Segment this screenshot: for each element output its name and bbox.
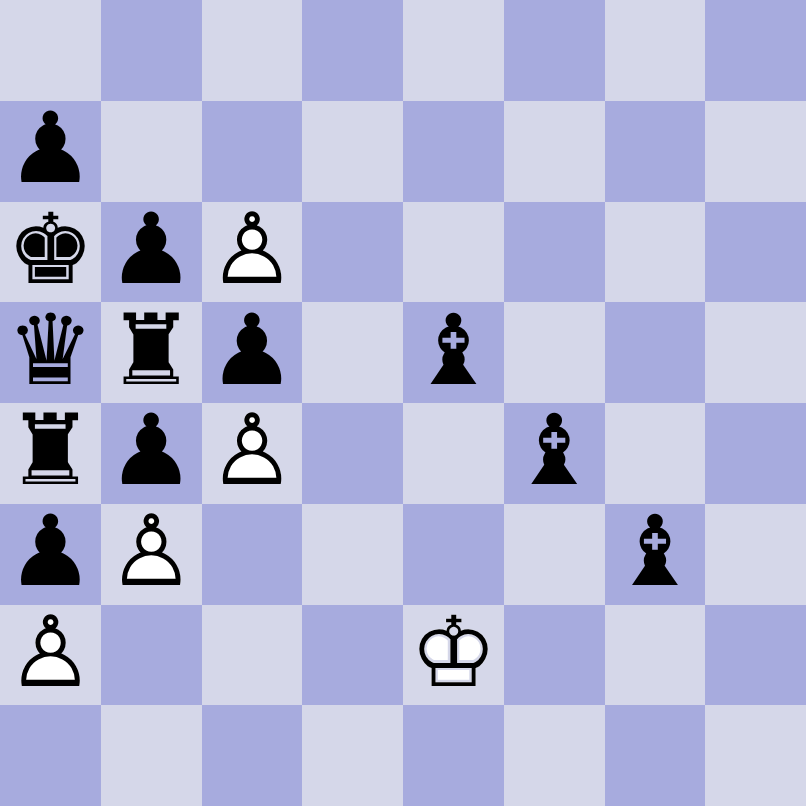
piece-glyph: ♝ (611, 504, 699, 600)
square-f5[interactable] (504, 302, 605, 403)
piece-glyph: ♟ (6, 101, 94, 197)
square-b4[interactable]: ♟ (101, 403, 202, 504)
white-king[interactable]: ♚♔ (403, 605, 504, 706)
square-h2[interactable] (705, 605, 806, 706)
square-a3[interactable]: ♟ (0, 504, 101, 605)
square-g4[interactable] (605, 403, 706, 504)
square-e3[interactable] (403, 504, 504, 605)
square-d1[interactable] (302, 705, 403, 806)
square-f3[interactable] (504, 504, 605, 605)
piece-glyph: ♟ (107, 403, 195, 499)
black-king[interactable]: ♚ (0, 202, 101, 303)
square-e8[interactable] (403, 0, 504, 101)
square-g7[interactable] (605, 101, 706, 202)
square-d4[interactable] (302, 403, 403, 504)
square-a7[interactable]: ♟ (0, 101, 101, 202)
piece-outline-glyph: ♙ (6, 605, 94, 701)
square-f1[interactable] (504, 705, 605, 806)
piece-outline-glyph: ♙ (208, 202, 296, 298)
square-c2[interactable] (202, 605, 303, 706)
square-b7[interactable] (101, 101, 202, 202)
square-d7[interactable] (302, 101, 403, 202)
piece-glyph: ♟ (107, 202, 195, 298)
black-pawn[interactable]: ♟ (0, 101, 101, 202)
square-h4[interactable] (705, 403, 806, 504)
square-b8[interactable] (101, 0, 202, 101)
square-a1[interactable] (0, 705, 101, 806)
black-pawn[interactable]: ♟ (101, 202, 202, 303)
square-f2[interactable] (504, 605, 605, 706)
square-e5[interactable]: ♝ (403, 302, 504, 403)
black-rook[interactable]: ♜ (0, 403, 101, 504)
piece-glyph: ♚ (6, 202, 94, 298)
square-e2[interactable]: ♚♔ (403, 605, 504, 706)
white-pawn[interactable]: ♟♙ (0, 605, 101, 706)
black-pawn[interactable]: ♟ (0, 504, 101, 605)
black-rook[interactable]: ♜ (101, 302, 202, 403)
black-bishop[interactable]: ♝ (504, 403, 605, 504)
white-pawn[interactable]: ♟♙ (202, 202, 303, 303)
square-b6[interactable]: ♟ (101, 202, 202, 303)
square-f6[interactable] (504, 202, 605, 303)
square-b5[interactable]: ♜ (101, 302, 202, 403)
piece-glyph: ♝ (510, 403, 598, 499)
square-f4[interactable]: ♝ (504, 403, 605, 504)
square-d8[interactable] (302, 0, 403, 101)
square-d6[interactable] (302, 202, 403, 303)
square-e7[interactable] (403, 101, 504, 202)
square-c7[interactable] (202, 101, 303, 202)
square-g6[interactable] (605, 202, 706, 303)
square-b1[interactable] (101, 705, 202, 806)
square-c1[interactable] (202, 705, 303, 806)
white-pawn[interactable]: ♟♙ (202, 403, 303, 504)
square-a2[interactable]: ♟♙ (0, 605, 101, 706)
square-c4[interactable]: ♟♙ (202, 403, 303, 504)
black-bishop[interactable]: ♝ (605, 504, 706, 605)
square-f7[interactable] (504, 101, 605, 202)
square-g3[interactable]: ♝ (605, 504, 706, 605)
black-bishop[interactable]: ♝ (403, 302, 504, 403)
black-pawn[interactable]: ♟ (101, 403, 202, 504)
square-h8[interactable] (705, 0, 806, 101)
square-a8[interactable] (0, 0, 101, 101)
square-d2[interactable] (302, 605, 403, 706)
square-a6[interactable]: ♚ (0, 202, 101, 303)
piece-outline-glyph: ♙ (107, 504, 195, 600)
square-b3[interactable]: ♟♙ (101, 504, 202, 605)
square-f8[interactable] (504, 0, 605, 101)
square-c3[interactable] (202, 504, 303, 605)
square-a5[interactable]: ♛ (0, 302, 101, 403)
black-pawn[interactable]: ♟ (202, 302, 303, 403)
white-pawn[interactable]: ♟♙ (101, 504, 202, 605)
piece-glyph: ♜ (107, 302, 195, 398)
black-queen[interactable]: ♛ (0, 302, 101, 403)
square-h3[interactable] (705, 504, 806, 605)
square-h6[interactable] (705, 202, 806, 303)
piece-glyph: ♛ (6, 302, 94, 398)
square-e1[interactable] (403, 705, 504, 806)
square-h1[interactable] (705, 705, 806, 806)
square-g1[interactable] (605, 705, 706, 806)
piece-glyph: ♝ (409, 302, 497, 398)
piece-glyph: ♟ (6, 504, 94, 600)
square-g2[interactable] (605, 605, 706, 706)
square-c8[interactable] (202, 0, 303, 101)
square-b2[interactable] (101, 605, 202, 706)
piece-outline-glyph: ♙ (208, 403, 296, 499)
square-d3[interactable] (302, 504, 403, 605)
square-d5[interactable] (302, 302, 403, 403)
square-g5[interactable] (605, 302, 706, 403)
square-h5[interactable] (705, 302, 806, 403)
square-c6[interactable]: ♟♙ (202, 202, 303, 303)
square-g8[interactable] (605, 0, 706, 101)
square-e4[interactable] (403, 403, 504, 504)
piece-outline-glyph: ♔ (409, 605, 497, 701)
piece-glyph: ♜ (6, 403, 94, 499)
square-c5[interactable]: ♟ (202, 302, 303, 403)
piece-glyph: ♟ (208, 302, 296, 398)
square-e6[interactable] (403, 202, 504, 303)
square-a4[interactable]: ♜ (0, 403, 101, 504)
chess-board: ♟♚♟♟♙♛♜♟♝♜♟♟♙♝♟♟♙♝♟♙♚♔ (0, 0, 806, 806)
square-h7[interactable] (705, 101, 806, 202)
